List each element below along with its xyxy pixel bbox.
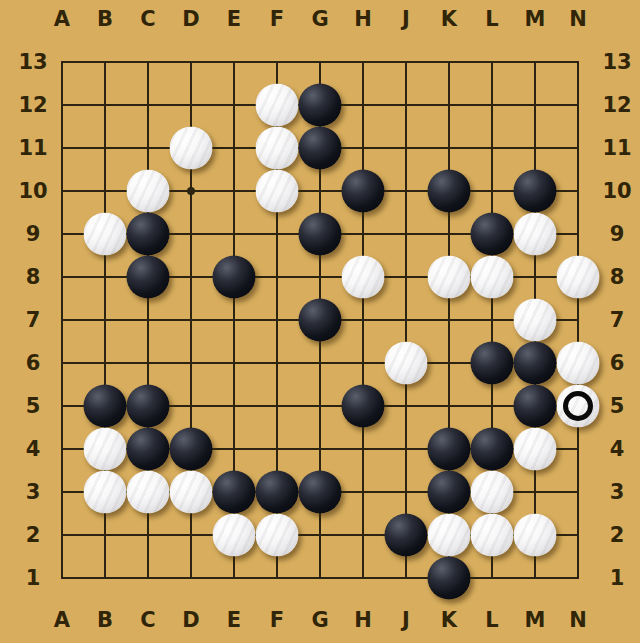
stone-black-M5 — [514, 385, 557, 428]
stone-black-B5 — [84, 385, 127, 428]
coord-label-bottom-M: M — [525, 610, 546, 631]
coord-label-top-L: L — [485, 9, 498, 30]
coord-label-top-G: G — [311, 9, 328, 30]
stone-white-L3 — [471, 471, 514, 514]
grid-line-horizontal-1 — [61, 577, 579, 579]
coord-label-right-13: 13 — [602, 52, 631, 73]
stone-black-C9 — [127, 213, 170, 256]
star-point-D10 — [187, 187, 195, 195]
stone-white-L8 — [471, 256, 514, 299]
stone-black-G3 — [299, 471, 342, 514]
stone-white-F11 — [256, 127, 299, 170]
coord-label-top-K: K — [441, 9, 457, 30]
coord-label-top-E: E — [227, 9, 241, 30]
stone-white-E2 — [213, 514, 256, 557]
go-board[interactable]: AABBCCDDEEFFGGHHJJKKLLMMNN13131212111110… — [0, 0, 640, 643]
coord-label-left-7: 7 — [26, 310, 41, 331]
stone-black-J2 — [385, 514, 428, 557]
stone-white-C3 — [127, 471, 170, 514]
coord-label-left-3: 3 — [26, 482, 41, 503]
coord-label-top-H: H — [354, 9, 372, 30]
stone-white-M9 — [514, 213, 557, 256]
coord-label-bottom-A: A — [54, 610, 70, 631]
stone-black-C8 — [127, 256, 170, 299]
coord-label-top-B: B — [97, 9, 113, 30]
coord-label-right-8: 8 — [610, 267, 625, 288]
coord-label-top-C: C — [140, 9, 155, 30]
coord-label-bottom-F: F — [270, 610, 284, 631]
coord-label-bottom-H: H — [354, 610, 372, 631]
coord-label-right-2: 2 — [610, 525, 625, 546]
last-move-marker — [563, 391, 593, 421]
stone-white-N8 — [557, 256, 600, 299]
stone-white-D11 — [170, 127, 213, 170]
coord-label-top-D: D — [182, 9, 199, 30]
coord-label-left-13: 13 — [18, 52, 47, 73]
coord-label-left-11: 11 — [18, 138, 47, 159]
stone-black-H10 — [342, 170, 385, 213]
stone-black-K3 — [428, 471, 471, 514]
coord-label-right-6: 6 — [610, 353, 625, 374]
coord-label-top-J: J — [402, 9, 410, 30]
stone-black-H5 — [342, 385, 385, 428]
stone-white-H8 — [342, 256, 385, 299]
coord-label-bottom-D: D — [182, 610, 199, 631]
coord-label-top-N: N — [569, 9, 587, 30]
coord-label-right-1: 1 — [610, 568, 625, 589]
stone-black-L6 — [471, 342, 514, 385]
coord-label-right-10: 10 — [602, 181, 631, 202]
stone-white-K8 — [428, 256, 471, 299]
stone-black-E8 — [213, 256, 256, 299]
coord-label-top-M: M — [525, 9, 546, 30]
stone-white-N6 — [557, 342, 600, 385]
stone-white-C10 — [127, 170, 170, 213]
stone-black-G12 — [299, 84, 342, 127]
coord-label-bottom-B: B — [97, 610, 113, 631]
stone-white-D3 — [170, 471, 213, 514]
coord-label-bottom-J: J — [402, 610, 410, 631]
stone-white-B3 — [84, 471, 127, 514]
coord-label-right-11: 11 — [602, 138, 631, 159]
stone-white-M7 — [514, 299, 557, 342]
coord-label-left-12: 12 — [18, 95, 47, 116]
stone-black-L4 — [471, 428, 514, 471]
stone-black-K4 — [428, 428, 471, 471]
stone-black-E3 — [213, 471, 256, 514]
stone-black-G7 — [299, 299, 342, 342]
stone-white-J6 — [385, 342, 428, 385]
coord-label-bottom-K: K — [441, 610, 457, 631]
stone-black-C4 — [127, 428, 170, 471]
stone-black-K10 — [428, 170, 471, 213]
coord-label-left-8: 8 — [26, 267, 41, 288]
coord-label-left-9: 9 — [26, 224, 41, 245]
coord-label-bottom-N: N — [569, 610, 587, 631]
stone-white-L2 — [471, 514, 514, 557]
coord-label-right-7: 7 — [610, 310, 625, 331]
stone-white-F2 — [256, 514, 299, 557]
stone-black-K1 — [428, 557, 471, 600]
coord-label-left-2: 2 — [26, 525, 41, 546]
grid-line-vertical-H — [362, 61, 364, 579]
stone-black-C5 — [127, 385, 170, 428]
coord-label-bottom-E: E — [227, 610, 241, 631]
stone-black-G11 — [299, 127, 342, 170]
coord-label-right-12: 12 — [602, 95, 631, 116]
grid-line-vertical-J — [405, 61, 407, 579]
coord-label-top-F: F — [270, 9, 284, 30]
stone-black-F3 — [256, 471, 299, 514]
coord-label-bottom-C: C — [140, 610, 155, 631]
stone-black-M6 — [514, 342, 557, 385]
coord-label-left-6: 6 — [26, 353, 41, 374]
coord-label-right-9: 9 — [610, 224, 625, 245]
coord-label-bottom-G: G — [311, 610, 328, 631]
coord-label-left-10: 10 — [18, 181, 47, 202]
coord-label-left-1: 1 — [26, 568, 41, 589]
stone-black-D4 — [170, 428, 213, 471]
coord-label-top-A: A — [54, 9, 70, 30]
stone-black-L9 — [471, 213, 514, 256]
stone-white-K2 — [428, 514, 471, 557]
coord-label-left-5: 5 — [26, 396, 41, 417]
coord-label-bottom-L: L — [485, 610, 498, 631]
stone-black-M10 — [514, 170, 557, 213]
stone-black-G9 — [299, 213, 342, 256]
stone-white-M2 — [514, 514, 557, 557]
coord-label-left-4: 4 — [26, 439, 41, 460]
grid-line-vertical-N — [577, 61, 579, 579]
coord-label-right-4: 4 — [610, 439, 625, 460]
stone-white-F10 — [256, 170, 299, 213]
stone-white-B9 — [84, 213, 127, 256]
stone-white-F12 — [256, 84, 299, 127]
coord-label-right-5: 5 — [610, 396, 625, 417]
stone-white-B4 — [84, 428, 127, 471]
stone-white-M4 — [514, 428, 557, 471]
coord-label-right-3: 3 — [610, 482, 625, 503]
